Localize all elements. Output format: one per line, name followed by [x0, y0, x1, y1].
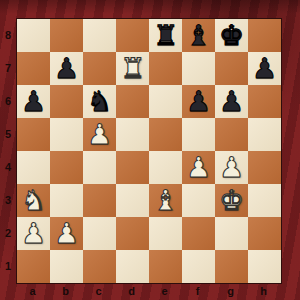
- square-a6[interactable]: ♟: [17, 85, 50, 118]
- black-knight-icon: ♞: [87, 85, 112, 118]
- file-label-g: g: [214, 283, 247, 299]
- square-g2[interactable]: [215, 217, 248, 250]
- white-pawn-icon: ♟: [219, 151, 244, 184]
- square-b2[interactable]: ♟: [50, 217, 83, 250]
- square-d1[interactable]: [116, 250, 149, 283]
- black-pawn-icon: ♟: [21, 85, 46, 118]
- square-d4[interactable]: [116, 151, 149, 184]
- square-h6[interactable]: [248, 85, 281, 118]
- black-pawn-icon: ♟: [186, 85, 211, 118]
- square-h2[interactable]: [248, 217, 281, 250]
- square-e3[interactable]: ♝: [149, 184, 182, 217]
- rank-label-6: 6: [0, 84, 16, 117]
- square-f1[interactable]: [182, 250, 215, 283]
- square-a8[interactable]: [17, 19, 50, 52]
- square-h7[interactable]: ♟: [248, 52, 281, 85]
- square-g3[interactable]: ♚: [215, 184, 248, 217]
- square-e8[interactable]: ♜: [149, 19, 182, 52]
- square-a3[interactable]: ♞: [17, 184, 50, 217]
- square-f7[interactable]: [182, 52, 215, 85]
- rank-labels: 87654321: [0, 18, 16, 282]
- file-label-e: e: [148, 283, 181, 299]
- file-label-c: c: [82, 283, 115, 299]
- rank-label-8: 8: [0, 18, 16, 51]
- square-g4[interactable]: ♟: [215, 151, 248, 184]
- rank-label-1: 1: [0, 249, 16, 282]
- white-bishop-icon: ♝: [153, 184, 178, 217]
- rank-label-7: 7: [0, 51, 16, 84]
- square-d8[interactable]: [116, 19, 149, 52]
- black-bishop-icon: ♝: [186, 19, 211, 52]
- file-labels: abcdefgh: [16, 283, 280, 299]
- square-e4[interactable]: [149, 151, 182, 184]
- square-a1[interactable]: [17, 250, 50, 283]
- square-c6[interactable]: ♞: [83, 85, 116, 118]
- square-h1[interactable]: [248, 250, 281, 283]
- square-g8[interactable]: ♚: [215, 19, 248, 52]
- black-pawn-icon: ♟: [252, 52, 277, 85]
- chess-board: ♜♝♚♟♜♟♟♞♟♟♟♟♟♞♝♚♟♟: [16, 18, 282, 284]
- file-label-d: d: [115, 283, 148, 299]
- square-c4[interactable]: [83, 151, 116, 184]
- square-b1[interactable]: [50, 250, 83, 283]
- file-label-a: a: [16, 283, 49, 299]
- square-e6[interactable]: [149, 85, 182, 118]
- square-c7[interactable]: [83, 52, 116, 85]
- square-e5[interactable]: [149, 118, 182, 151]
- square-d6[interactable]: [116, 85, 149, 118]
- square-b7[interactable]: ♟: [50, 52, 83, 85]
- square-d5[interactable]: [116, 118, 149, 151]
- black-pawn-icon: ♟: [219, 85, 244, 118]
- square-d2[interactable]: [116, 217, 149, 250]
- square-e7[interactable]: [149, 52, 182, 85]
- black-pawn-icon: ♟: [54, 52, 79, 85]
- square-g1[interactable]: [215, 250, 248, 283]
- square-g5[interactable]: [215, 118, 248, 151]
- white-pawn-icon: ♟: [21, 217, 46, 250]
- white-pawn-icon: ♟: [186, 151, 211, 184]
- rank-label-2: 2: [0, 216, 16, 249]
- square-c3[interactable]: [83, 184, 116, 217]
- square-f4[interactable]: ♟: [182, 151, 215, 184]
- square-b4[interactable]: [50, 151, 83, 184]
- square-g7[interactable]: [215, 52, 248, 85]
- square-c8[interactable]: [83, 19, 116, 52]
- square-h3[interactable]: [248, 184, 281, 217]
- square-h8[interactable]: [248, 19, 281, 52]
- square-a2[interactable]: ♟: [17, 217, 50, 250]
- square-h5[interactable]: [248, 118, 281, 151]
- square-c1[interactable]: [83, 250, 116, 283]
- square-c2[interactable]: [83, 217, 116, 250]
- square-b3[interactable]: [50, 184, 83, 217]
- white-knight-icon: ♞: [21, 184, 46, 217]
- black-rook-icon: ♜: [153, 19, 178, 52]
- file-label-b: b: [49, 283, 82, 299]
- square-h4[interactable]: [248, 151, 281, 184]
- rank-label-5: 5: [0, 117, 16, 150]
- square-b6[interactable]: [50, 85, 83, 118]
- square-f2[interactable]: [182, 217, 215, 250]
- square-c5[interactable]: ♟: [83, 118, 116, 151]
- square-g6[interactable]: ♟: [215, 85, 248, 118]
- white-king-icon: ♚: [219, 184, 244, 217]
- white-rook-icon: ♜: [120, 52, 145, 85]
- square-e1[interactable]: [149, 250, 182, 283]
- white-pawn-icon: ♟: [54, 217, 79, 250]
- square-a4[interactable]: [17, 151, 50, 184]
- square-f5[interactable]: [182, 118, 215, 151]
- square-a5[interactable]: [17, 118, 50, 151]
- file-label-h: h: [247, 283, 280, 299]
- square-f6[interactable]: ♟: [182, 85, 215, 118]
- file-label-f: f: [181, 283, 214, 299]
- square-b5[interactable]: [50, 118, 83, 151]
- black-king-icon: ♚: [219, 19, 244, 52]
- square-f3[interactable]: [182, 184, 215, 217]
- square-b8[interactable]: [50, 19, 83, 52]
- square-e2[interactable]: [149, 217, 182, 250]
- square-d7[interactable]: ♜: [116, 52, 149, 85]
- chessboard-frame: 87654321 ♜♝♚♟♜♟♟♞♟♟♟♟♟♞♝♚♟♟ abcdefgh: [0, 0, 300, 300]
- rank-label-4: 4: [0, 150, 16, 183]
- square-d3[interactable]: [116, 184, 149, 217]
- square-a7[interactable]: [17, 52, 50, 85]
- square-f8[interactable]: ♝: [182, 19, 215, 52]
- rank-label-3: 3: [0, 183, 16, 216]
- white-pawn-icon: ♟: [87, 118, 112, 151]
